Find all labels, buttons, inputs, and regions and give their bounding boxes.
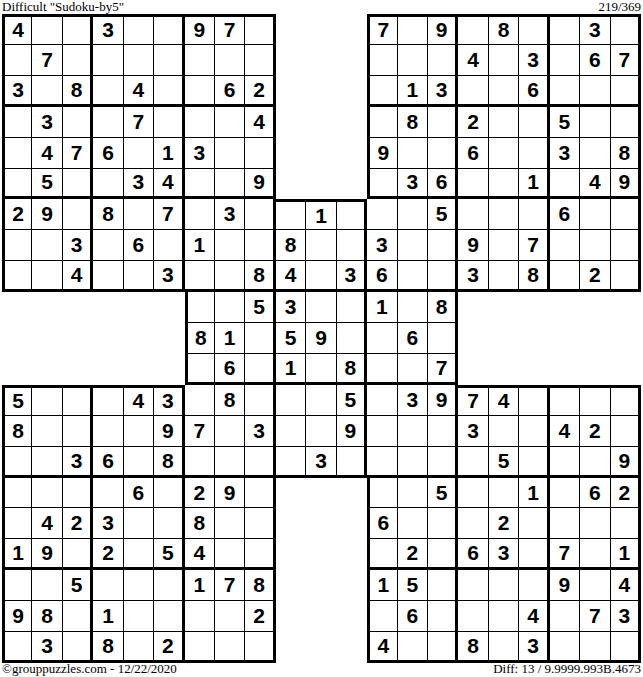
cell-r1c18[interactable] xyxy=(519,14,549,45)
cell-r1c17[interactable]: 8 xyxy=(489,14,519,45)
cell-r19c21[interactable]: 4 xyxy=(611,570,641,601)
cell-r1c13[interactable]: 7 xyxy=(367,14,397,45)
cell-r18c8[interactable] xyxy=(215,539,245,570)
cell-r1c4[interactable]: 3 xyxy=(93,14,123,45)
cell-r6c8[interactable] xyxy=(215,169,245,200)
cell-r16c17[interactable] xyxy=(489,478,519,509)
cell-r13c12[interactable]: 5 xyxy=(337,385,367,416)
cell-r14c7[interactable]: 7 xyxy=(185,416,215,447)
cell-r11c13[interactable] xyxy=(367,323,397,354)
cell-r10c13[interactable]: 1 xyxy=(367,292,397,323)
cell-r14c6[interactable]: 9 xyxy=(154,416,184,447)
cell-r7c19[interactable]: 6 xyxy=(550,199,580,230)
cell-r17c20[interactable] xyxy=(580,508,610,539)
cell-r5c13[interactable]: 9 xyxy=(367,138,397,169)
cell-r15c16[interactable] xyxy=(458,447,488,478)
cell-r7c1[interactable]: 2 xyxy=(2,199,32,230)
cell-r18c14[interactable]: 2 xyxy=(398,539,428,570)
cell-r7c13[interactable] xyxy=(367,199,397,230)
cell-r3c8[interactable]: 6 xyxy=(215,76,245,107)
cell-r18c3[interactable] xyxy=(63,539,93,570)
cell-r21c8[interactable] xyxy=(215,632,245,663)
cell-r17c7[interactable]: 8 xyxy=(185,508,215,539)
cell-r15c18[interactable] xyxy=(519,447,549,478)
cell-r4c1[interactable] xyxy=(2,107,32,138)
cell-r4c17[interactable] xyxy=(489,107,519,138)
cell-r9c1[interactable] xyxy=(2,261,32,292)
cell-r1c20[interactable]: 3 xyxy=(580,14,610,45)
cell-r4c8[interactable] xyxy=(215,107,245,138)
cell-r17c2[interactable]: 4 xyxy=(32,508,62,539)
cell-r8c7[interactable]: 1 xyxy=(185,230,215,261)
cell-r8c16[interactable]: 9 xyxy=(458,230,488,261)
cell-r2c5[interactable] xyxy=(124,45,154,76)
cell-r4c9[interactable]: 4 xyxy=(245,107,275,138)
cell-r5c1[interactable] xyxy=(2,138,32,169)
cell-r17c13[interactable]: 6 xyxy=(367,508,397,539)
cell-r9c6[interactable]: 3 xyxy=(154,261,184,292)
cell-r5c9[interactable] xyxy=(245,138,275,169)
cell-r10c9[interactable]: 5 xyxy=(245,292,275,323)
cell-r2c3[interactable] xyxy=(63,45,93,76)
cell-r9c2[interactable] xyxy=(32,261,62,292)
cell-r13c20[interactable] xyxy=(580,385,610,416)
cell-r8c19[interactable] xyxy=(550,230,580,261)
cell-r8c3[interactable]: 3 xyxy=(63,230,93,261)
cell-r2c16[interactable]: 4 xyxy=(458,45,488,76)
cell-r10c14[interactable] xyxy=(398,292,428,323)
cell-r20c5[interactable] xyxy=(124,601,154,632)
cell-r4c7[interactable] xyxy=(185,107,215,138)
cell-r15c1[interactable] xyxy=(2,447,32,478)
cell-r20c16[interactable] xyxy=(458,601,488,632)
cell-r11c14[interactable]: 6 xyxy=(398,323,428,354)
cell-r21c19[interactable] xyxy=(550,632,580,663)
cell-r6c5[interactable]: 3 xyxy=(124,169,154,200)
cell-r4c16[interactable]: 2 xyxy=(458,107,488,138)
cell-r9c4[interactable] xyxy=(93,261,123,292)
cell-r12c11[interactable] xyxy=(306,354,336,385)
cell-r5c21[interactable]: 8 xyxy=(611,138,641,169)
cell-r7c6[interactable]: 7 xyxy=(154,199,184,230)
cell-r7c20[interactable] xyxy=(580,199,610,230)
cell-r5c18[interactable] xyxy=(519,138,549,169)
cell-r17c3[interactable]: 2 xyxy=(63,508,93,539)
cell-r20c4[interactable]: 1 xyxy=(93,601,123,632)
cell-r10c12[interactable] xyxy=(337,292,367,323)
cell-r19c18[interactable] xyxy=(519,570,549,601)
cell-r17c9[interactable] xyxy=(245,508,275,539)
cell-r10c8[interactable] xyxy=(215,292,245,323)
cell-r16c2[interactable] xyxy=(32,478,62,509)
cell-r20c19[interactable] xyxy=(550,601,580,632)
cell-r8c18[interactable]: 7 xyxy=(519,230,549,261)
cell-r6c16[interactable] xyxy=(458,169,488,200)
cell-r3c13[interactable] xyxy=(367,76,397,107)
cell-r14c17[interactable] xyxy=(489,416,519,447)
cell-r16c13[interactable] xyxy=(367,478,397,509)
cell-r19c8[interactable]: 7 xyxy=(215,570,245,601)
cell-r18c9[interactable] xyxy=(245,539,275,570)
cell-r7c16[interactable] xyxy=(458,199,488,230)
cell-r19c1[interactable] xyxy=(2,570,32,601)
cell-r5c15[interactable] xyxy=(428,138,458,169)
cell-r18c15[interactable] xyxy=(428,539,458,570)
cell-r17c15[interactable] xyxy=(428,508,458,539)
cell-r18c1[interactable]: 1 xyxy=(2,539,32,570)
cell-r9c20[interactable]: 2 xyxy=(580,261,610,292)
cell-r7c9[interactable] xyxy=(245,199,275,230)
cell-r19c13[interactable]: 1 xyxy=(367,570,397,601)
cell-r15c17[interactable]: 5 xyxy=(489,447,519,478)
cell-r13c16[interactable]: 7 xyxy=(458,385,488,416)
cell-r3c21[interactable] xyxy=(611,76,641,107)
cell-r19c19[interactable]: 9 xyxy=(550,570,580,601)
cell-r6c2[interactable]: 5 xyxy=(32,169,62,200)
cell-r14c8[interactable] xyxy=(215,416,245,447)
cell-r2c8[interactable] xyxy=(215,45,245,76)
cell-r4c14[interactable]: 8 xyxy=(398,107,428,138)
cell-r8c13[interactable]: 3 xyxy=(367,230,397,261)
cell-r13c5[interactable]: 4 xyxy=(124,385,154,416)
cell-r19c14[interactable]: 5 xyxy=(398,570,428,601)
cell-r21c20[interactable] xyxy=(580,632,610,663)
cell-r19c6[interactable] xyxy=(154,570,184,601)
cell-r21c17[interactable] xyxy=(489,632,519,663)
cell-r1c19[interactable] xyxy=(550,14,580,45)
cell-r11c9[interactable] xyxy=(245,323,275,354)
cell-r2c19[interactable] xyxy=(550,45,580,76)
cell-r19c3[interactable]: 5 xyxy=(63,570,93,601)
cell-r6c6[interactable]: 4 xyxy=(154,169,184,200)
cell-r2c21[interactable]: 7 xyxy=(611,45,641,76)
cell-r21c4[interactable]: 8 xyxy=(93,632,123,663)
cell-r16c20[interactable]: 6 xyxy=(580,478,610,509)
cell-r16c6[interactable] xyxy=(154,478,184,509)
cell-r11c8[interactable]: 1 xyxy=(215,323,245,354)
cell-r1c5[interactable] xyxy=(124,14,154,45)
cell-r21c14[interactable] xyxy=(398,632,428,663)
cell-r18c7[interactable]: 4 xyxy=(185,539,215,570)
cell-r20c14[interactable]: 6 xyxy=(398,601,428,632)
cell-r5c4[interactable]: 6 xyxy=(93,138,123,169)
cell-r9c17[interactable] xyxy=(489,261,519,292)
cell-r2c7[interactable] xyxy=(185,45,215,76)
cell-r13c17[interactable]: 4 xyxy=(489,385,519,416)
cell-r14c13[interactable] xyxy=(367,416,397,447)
cell-r12c9[interactable] xyxy=(245,354,275,385)
cell-r4c21[interactable] xyxy=(611,107,641,138)
cell-r17c8[interactable] xyxy=(215,508,245,539)
cell-r16c14[interactable] xyxy=(398,478,428,509)
cell-r4c4[interactable] xyxy=(93,107,123,138)
cell-r17c18[interactable] xyxy=(519,508,549,539)
cell-r16c7[interactable]: 2 xyxy=(185,478,215,509)
cell-r12c13[interactable] xyxy=(367,354,397,385)
cell-r21c5[interactable] xyxy=(124,632,154,663)
cell-r4c15[interactable] xyxy=(428,107,458,138)
cell-r20c7[interactable] xyxy=(185,601,215,632)
cell-r8c21[interactable] xyxy=(611,230,641,261)
cell-r15c5[interactable] xyxy=(124,447,154,478)
cell-r14c2[interactable] xyxy=(32,416,62,447)
cell-r10c15[interactable]: 8 xyxy=(428,292,458,323)
cell-r20c6[interactable] xyxy=(154,601,184,632)
cell-r2c13[interactable] xyxy=(367,45,397,76)
cell-r7c18[interactable] xyxy=(519,199,549,230)
cell-r6c17[interactable] xyxy=(489,169,519,200)
cell-r1c15[interactable]: 9 xyxy=(428,14,458,45)
cell-r4c5[interactable]: 7 xyxy=(124,107,154,138)
cell-r19c5[interactable] xyxy=(124,570,154,601)
cell-r20c1[interactable]: 9 xyxy=(2,601,32,632)
cell-r6c21[interactable]: 9 xyxy=(611,169,641,200)
cell-r15c7[interactable] xyxy=(185,447,215,478)
cell-r17c16[interactable] xyxy=(458,508,488,539)
cell-r7c2[interactable]: 9 xyxy=(32,199,62,230)
cell-r13c11[interactable] xyxy=(306,385,336,416)
cell-r20c20[interactable]: 7 xyxy=(580,601,610,632)
cell-r3c7[interactable] xyxy=(185,76,215,107)
cell-r10c10[interactable]: 3 xyxy=(276,292,306,323)
cell-r15c3[interactable]: 3 xyxy=(63,447,93,478)
cell-r21c3[interactable] xyxy=(63,632,93,663)
cell-r2c18[interactable]: 3 xyxy=(519,45,549,76)
cell-r14c1[interactable]: 8 xyxy=(2,416,32,447)
cell-r7c8[interactable]: 3 xyxy=(215,199,245,230)
cell-r15c15[interactable] xyxy=(428,447,458,478)
cell-r4c3[interactable] xyxy=(63,107,93,138)
cell-r1c1[interactable]: 4 xyxy=(2,14,32,45)
cell-r15c4[interactable]: 6 xyxy=(93,447,123,478)
cell-r20c21[interactable]: 3 xyxy=(611,601,641,632)
cell-r8c12[interactable] xyxy=(337,230,367,261)
cell-r20c17[interactable] xyxy=(489,601,519,632)
cell-r14c16[interactable]: 3 xyxy=(458,416,488,447)
cell-r11c15[interactable] xyxy=(428,323,458,354)
cell-r15c9[interactable] xyxy=(245,447,275,478)
cell-r8c10[interactable]: 8 xyxy=(276,230,306,261)
cell-r2c14[interactable] xyxy=(398,45,428,76)
cell-r7c3[interactable] xyxy=(63,199,93,230)
cell-r12c10[interactable]: 1 xyxy=(276,354,306,385)
cell-r20c8[interactable] xyxy=(215,601,245,632)
cell-r15c13[interactable] xyxy=(367,447,397,478)
cell-r3c3[interactable]: 8 xyxy=(63,76,93,107)
cell-r13c13[interactable] xyxy=(367,385,397,416)
cell-r8c5[interactable]: 6 xyxy=(124,230,154,261)
cell-r4c19[interactable]: 5 xyxy=(550,107,580,138)
cell-r21c9[interactable] xyxy=(245,632,275,663)
cell-r18c18[interactable] xyxy=(519,539,549,570)
cell-r15c6[interactable]: 8 xyxy=(154,447,184,478)
cell-r1c2[interactable] xyxy=(32,14,62,45)
cell-r11c11[interactable]: 9 xyxy=(306,323,336,354)
cell-r13c8[interactable]: 8 xyxy=(215,385,245,416)
cell-r2c17[interactable] xyxy=(489,45,519,76)
cell-r18c19[interactable]: 7 xyxy=(550,539,580,570)
cell-r19c16[interactable] xyxy=(458,570,488,601)
cell-r11c7[interactable]: 8 xyxy=(185,323,215,354)
cell-r8c20[interactable] xyxy=(580,230,610,261)
cell-r17c6[interactable] xyxy=(154,508,184,539)
cell-r17c17[interactable]: 2 xyxy=(489,508,519,539)
cell-r3c16[interactable] xyxy=(458,76,488,107)
cell-r9c21[interactable] xyxy=(611,261,641,292)
cell-r14c11[interactable] xyxy=(306,416,336,447)
cell-r12c12[interactable]: 8 xyxy=(337,354,367,385)
cell-r7c4[interactable]: 8 xyxy=(93,199,123,230)
cell-r2c1[interactable] xyxy=(2,45,32,76)
cell-r17c4[interactable]: 3 xyxy=(93,508,123,539)
cell-r2c2[interactable]: 7 xyxy=(32,45,62,76)
cell-r9c12[interactable]: 3 xyxy=(337,261,367,292)
cell-r9c15[interactable] xyxy=(428,261,458,292)
cell-r14c9[interactable]: 3 xyxy=(245,416,275,447)
cell-r6c3[interactable] xyxy=(63,169,93,200)
cell-r9c9[interactable]: 8 xyxy=(245,261,275,292)
cell-r4c13[interactable] xyxy=(367,107,397,138)
cell-r2c20[interactable]: 6 xyxy=(580,45,610,76)
cell-r12c8[interactable]: 6 xyxy=(215,354,245,385)
cell-r11c12[interactable] xyxy=(337,323,367,354)
cell-r13c2[interactable] xyxy=(32,385,62,416)
cell-r7c12[interactable] xyxy=(337,199,367,230)
cell-r1c3[interactable] xyxy=(63,14,93,45)
cell-r5c20[interactable] xyxy=(580,138,610,169)
cell-r13c3[interactable] xyxy=(63,385,93,416)
cell-r8c15[interactable] xyxy=(428,230,458,261)
cell-r9c10[interactable]: 4 xyxy=(276,261,306,292)
cell-r20c2[interactable]: 8 xyxy=(32,601,62,632)
cell-r21c13[interactable]: 4 xyxy=(367,632,397,663)
cell-r15c14[interactable] xyxy=(398,447,428,478)
cell-r6c13[interactable] xyxy=(367,169,397,200)
cell-r4c6[interactable] xyxy=(154,107,184,138)
cell-r20c15[interactable] xyxy=(428,601,458,632)
cell-r21c6[interactable]: 2 xyxy=(154,632,184,663)
cell-r5c3[interactable]: 7 xyxy=(63,138,93,169)
cell-r18c13[interactable] xyxy=(367,539,397,570)
cell-r18c6[interactable]: 5 xyxy=(154,539,184,570)
cell-r18c17[interactable]: 3 xyxy=(489,539,519,570)
cell-r18c2[interactable]: 9 xyxy=(32,539,62,570)
cell-r16c9[interactable] xyxy=(245,478,275,509)
cell-r8c9[interactable] xyxy=(245,230,275,261)
cell-r17c14[interactable] xyxy=(398,508,428,539)
cell-r21c2[interactable]: 3 xyxy=(32,632,62,663)
cell-r18c16[interactable]: 6 xyxy=(458,539,488,570)
cell-r6c14[interactable]: 3 xyxy=(398,169,428,200)
cell-r4c20[interactable] xyxy=(580,107,610,138)
cell-r5c19[interactable]: 3 xyxy=(550,138,580,169)
cell-r4c18[interactable] xyxy=(519,107,549,138)
cell-r18c21[interactable]: 1 xyxy=(611,539,641,570)
cell-r14c20[interactable]: 2 xyxy=(580,416,610,447)
cell-r19c9[interactable]: 8 xyxy=(245,570,275,601)
cell-r7c7[interactable] xyxy=(185,199,215,230)
cell-r10c7[interactable] xyxy=(185,292,215,323)
cell-r2c15[interactable] xyxy=(428,45,458,76)
cell-r3c14[interactable]: 1 xyxy=(398,76,428,107)
cell-r7c15[interactable]: 5 xyxy=(428,199,458,230)
cell-r13c10[interactable] xyxy=(276,385,306,416)
cell-r8c6[interactable] xyxy=(154,230,184,261)
cell-r8c4[interactable] xyxy=(93,230,123,261)
cell-r18c20[interactable] xyxy=(580,539,610,570)
cell-r5c14[interactable] xyxy=(398,138,428,169)
cell-r21c18[interactable]: 3 xyxy=(519,632,549,663)
cell-r19c4[interactable] xyxy=(93,570,123,601)
cell-r14c19[interactable]: 4 xyxy=(550,416,580,447)
cell-r20c13[interactable] xyxy=(367,601,397,632)
cell-r18c4[interactable]: 2 xyxy=(93,539,123,570)
cell-r19c2[interactable] xyxy=(32,570,62,601)
cell-r11c10[interactable]: 5 xyxy=(276,323,306,354)
cell-r21c21[interactable] xyxy=(611,632,641,663)
cell-r3c17[interactable] xyxy=(489,76,519,107)
cell-r9c11[interactable] xyxy=(306,261,336,292)
cell-r20c18[interactable]: 4 xyxy=(519,601,549,632)
cell-r7c11[interactable]: 1 xyxy=(306,199,336,230)
cell-r21c1[interactable] xyxy=(2,632,32,663)
cell-r8c2[interactable] xyxy=(32,230,62,261)
cell-r8c17[interactable] xyxy=(489,230,519,261)
cell-r15c8[interactable] xyxy=(215,447,245,478)
cell-r2c6[interactable] xyxy=(154,45,184,76)
cell-r6c19[interactable] xyxy=(550,169,580,200)
cell-r13c4[interactable] xyxy=(93,385,123,416)
cell-r15c12[interactable] xyxy=(337,447,367,478)
cell-r16c1[interactable] xyxy=(2,478,32,509)
cell-r3c15[interactable]: 3 xyxy=(428,76,458,107)
cell-r9c16[interactable]: 3 xyxy=(458,261,488,292)
cell-r4c2[interactable]: 3 xyxy=(32,107,62,138)
cell-r14c14[interactable] xyxy=(398,416,428,447)
cell-r8c14[interactable] xyxy=(398,230,428,261)
cell-r1c16[interactable] xyxy=(458,14,488,45)
cell-r16c3[interactable] xyxy=(63,478,93,509)
cell-r14c5[interactable] xyxy=(124,416,154,447)
cell-r19c17[interactable] xyxy=(489,570,519,601)
cell-r19c15[interactable] xyxy=(428,570,458,601)
cell-r3c4[interactable] xyxy=(93,76,123,107)
cell-r13c6[interactable]: 3 xyxy=(154,385,184,416)
cell-r2c4[interactable] xyxy=(93,45,123,76)
cell-r3c6[interactable] xyxy=(154,76,184,107)
cell-r3c9[interactable]: 2 xyxy=(245,76,275,107)
cell-r6c4[interactable] xyxy=(93,169,123,200)
cell-r15c11[interactable]: 3 xyxy=(306,447,336,478)
cell-r16c5[interactable]: 6 xyxy=(124,478,154,509)
cell-r5c7[interactable]: 3 xyxy=(185,138,215,169)
cell-r3c19[interactable] xyxy=(550,76,580,107)
cell-r3c1[interactable]: 3 xyxy=(2,76,32,107)
cell-r5c5[interactable] xyxy=(124,138,154,169)
cell-r2c9[interactable] xyxy=(245,45,275,76)
cell-r17c1[interactable] xyxy=(2,508,32,539)
cell-r9c19[interactable] xyxy=(550,261,580,292)
cell-r6c18[interactable]: 1 xyxy=(519,169,549,200)
cell-r16c16[interactable] xyxy=(458,478,488,509)
cell-r15c19[interactable] xyxy=(550,447,580,478)
cell-r1c21[interactable] xyxy=(611,14,641,45)
cell-r1c14[interactable] xyxy=(398,14,428,45)
cell-r8c8[interactable] xyxy=(215,230,245,261)
cell-r7c14[interactable] xyxy=(398,199,428,230)
cell-r19c20[interactable] xyxy=(580,570,610,601)
cell-r21c16[interactable]: 8 xyxy=(458,632,488,663)
